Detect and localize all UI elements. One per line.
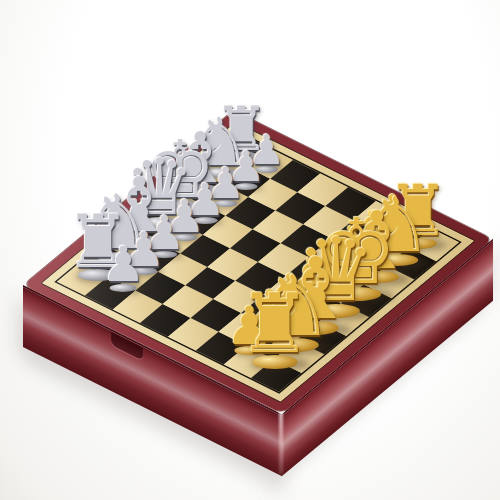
photo-scene: ♜♞♝♛♚♝♞♜♟♟♟♟♟♟♟♟♟♟♟♟♟♟♟♟♜♞♝♛♚♝♞♜	[0, 0, 500, 500]
box-corner-highlight	[279, 412, 283, 474]
